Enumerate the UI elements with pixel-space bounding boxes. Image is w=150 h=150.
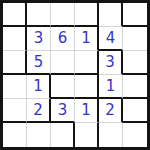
cell-r5c2[interactable]: 2 [27,99,51,123]
cell-r1c6[interactable] [123,3,147,27]
cell-r3c5[interactable]: 3 [99,51,123,75]
cell-r3c4[interactable] [75,51,99,75]
cell-r5c4[interactable]: 1 [75,99,99,123]
cell-r3c6[interactable] [123,51,147,75]
cell-r6c3[interactable] [51,123,75,147]
suguru-board: 361453112312 [0,0,150,150]
cell-r4c3[interactable] [51,75,75,99]
cell-r6c6[interactable] [123,123,147,147]
cell-r6c2[interactable] [27,123,51,147]
cell-r3c1[interactable] [3,51,27,75]
cell-r1c5[interactable] [99,3,123,27]
cell-r5c1[interactable] [3,99,27,123]
cell-r4c1[interactable] [3,75,27,99]
cell-r4c4[interactable] [75,75,99,99]
cell-r4c5[interactable]: 1 [99,75,123,99]
cell-r5c3[interactable]: 3 [51,99,75,123]
cell-r2c4[interactable]: 1 [75,27,99,51]
cell-r1c4[interactable] [75,3,99,27]
cell-r6c5[interactable] [99,123,123,147]
cell-r5c5[interactable]: 2 [99,99,123,123]
cell-r2c3[interactable]: 6 [51,27,75,51]
cell-r3c2[interactable]: 5 [27,51,51,75]
cell-r2c1[interactable] [3,27,27,51]
cell-r2c2[interactable]: 3 [27,27,51,51]
cell-r4c2[interactable]: 1 [27,75,51,99]
cell-r2c6[interactable] [123,27,147,51]
cell-r4c6[interactable] [123,75,147,99]
cell-r6c1[interactable] [3,123,27,147]
cell-r3c3[interactable] [51,51,75,75]
cell-r1c3[interactable] [51,3,75,27]
cell-r1c1[interactable] [3,3,27,27]
cell-r2c5[interactable]: 4 [99,27,123,51]
cell-r6c4[interactable] [75,123,99,147]
cell-r1c2[interactable] [27,3,51,27]
cell-r5c6[interactable] [123,99,147,123]
